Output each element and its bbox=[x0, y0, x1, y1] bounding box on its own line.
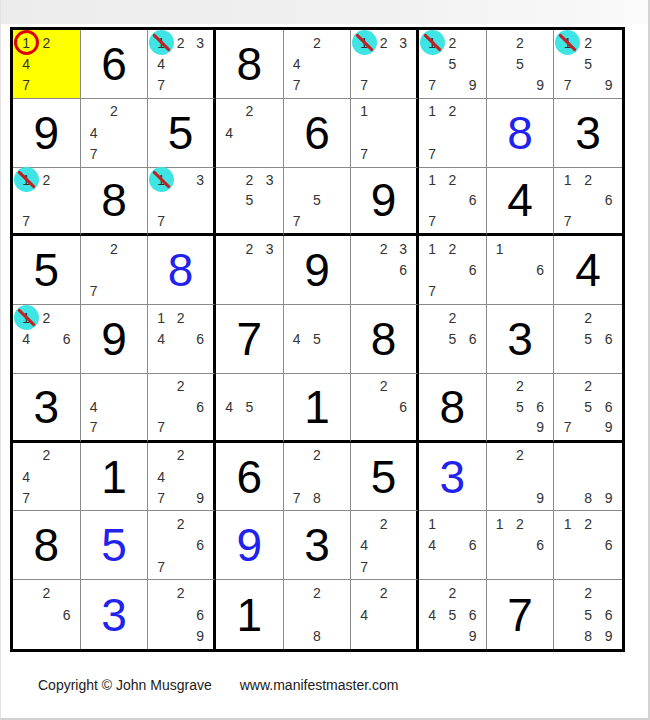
candidate-digit: 2 bbox=[36, 32, 56, 53]
given-digit: 5 bbox=[351, 443, 416, 511]
candidate-digit: 5 bbox=[578, 604, 599, 626]
cell-r1c8[interactable]: 259 bbox=[487, 30, 555, 99]
cell-r5c7[interactable]: 256 bbox=[419, 305, 487, 374]
candidate-digit: 5 bbox=[442, 53, 462, 74]
eliminated-candidate: 1 bbox=[354, 32, 374, 53]
given-digit: 5 bbox=[13, 236, 80, 304]
candidate-digit: 6 bbox=[462, 328, 482, 349]
given-digit: 3 bbox=[13, 374, 80, 440]
cell-r8c1[interactable]: 8 bbox=[13, 511, 81, 580]
cell-r6c9[interactable]: 25679 bbox=[554, 374, 622, 443]
candidate-digit: 2 bbox=[104, 238, 124, 259]
candidate-digit: 7 bbox=[151, 487, 171, 508]
candidate-digit: 7 bbox=[16, 75, 36, 96]
candidate-digit: 5 bbox=[578, 396, 599, 417]
given-digit: 7 bbox=[216, 305, 283, 373]
candidate-digit: 2 bbox=[307, 32, 327, 53]
candidate-digit: 2 bbox=[578, 307, 599, 328]
candidate-digit: 6 bbox=[598, 190, 619, 211]
cell-r6c3[interactable]: 267 bbox=[148, 374, 216, 443]
candidate-digit: 4 bbox=[16, 466, 36, 487]
candidate-digit: 2 bbox=[374, 513, 394, 534]
candidate-digit: 5 bbox=[442, 604, 462, 626]
cell-r8c5[interactable]: 3 bbox=[284, 511, 352, 580]
cell-r8c2[interactable]: 5 bbox=[81, 511, 149, 580]
cell-r6c4[interactable]: 45 bbox=[216, 374, 284, 443]
cell-r2c5[interactable]: 6 bbox=[284, 99, 352, 168]
candidate-digit: 2 bbox=[578, 376, 599, 397]
candidate-digit: 4 bbox=[151, 328, 171, 349]
cell-r8c7[interactable]: 146 bbox=[419, 511, 487, 580]
entered-digit: 8 bbox=[487, 99, 554, 167]
cell-r4c6[interactable]: 236 bbox=[351, 236, 419, 305]
candidate-digit: 5 bbox=[510, 53, 530, 74]
eliminated-candidate: 1 bbox=[151, 32, 171, 53]
cell-r2c8[interactable]: 8 bbox=[487, 99, 555, 168]
candidate-digit: 6 bbox=[530, 396, 550, 417]
candidate-digit: 6 bbox=[462, 190, 482, 211]
given-digit: 4 bbox=[487, 168, 554, 234]
cell-r3c4[interactable]: 235 bbox=[216, 168, 284, 237]
cell-r5c5[interactable]: 45 bbox=[284, 305, 352, 374]
cell-r5c1[interactable]: 1246 bbox=[13, 305, 81, 374]
candidate-digit: 2 bbox=[578, 32, 599, 53]
cell-r4c1[interactable]: 5 bbox=[13, 236, 81, 305]
cell-r1c6[interactable]: 1237 bbox=[351, 30, 419, 99]
given-digit: 4 bbox=[554, 236, 622, 304]
candidate-digit: 5 bbox=[578, 328, 599, 349]
candidate-digit: 1 bbox=[422, 101, 442, 122]
candidate-digit: 6 bbox=[56, 328, 76, 349]
cell-r9c9[interactable]: 25689 bbox=[554, 580, 622, 649]
candidate-digit: 9 bbox=[530, 487, 550, 508]
cell-r8c8[interactable]: 126 bbox=[487, 511, 555, 580]
given-digit: 8 bbox=[13, 511, 80, 579]
candidate-digit: 1 bbox=[422, 513, 442, 534]
cell-r9c6[interactable]: 24 bbox=[351, 580, 419, 649]
candidate-digit: 6 bbox=[598, 328, 619, 349]
cell-r1c7[interactable]: 12579 bbox=[419, 30, 487, 99]
candidate-digit: 6 bbox=[530, 535, 550, 556]
given-digit: 5 bbox=[148, 99, 213, 167]
candidate-digit: 7 bbox=[354, 143, 374, 164]
candidate-digit: 4 bbox=[151, 53, 171, 74]
footer: Copyright © John Musgravewww.manifestmas… bbox=[38, 677, 398, 693]
candidate-digit: 1 bbox=[422, 238, 442, 259]
cell-r2c3[interactable]: 5 bbox=[148, 99, 216, 168]
given-digit: 3 bbox=[554, 99, 622, 167]
cell-r1c4[interactable]: 8 bbox=[216, 30, 284, 99]
cell-r4c4[interactable]: 23 bbox=[216, 236, 284, 305]
given-digit: 6 bbox=[216, 443, 283, 511]
candidate-digit: 1 bbox=[490, 238, 510, 259]
candidate-digit: 2 bbox=[171, 445, 191, 466]
candidate-digit: 9 bbox=[462, 625, 482, 647]
candidate-digit: 2 bbox=[442, 307, 462, 328]
cell-r2c6[interactable]: 17 bbox=[351, 99, 419, 168]
cell-r1c3[interactable]: 12347 bbox=[148, 30, 216, 99]
cell-r7c5[interactable]: 278 bbox=[284, 443, 352, 512]
candidate-digit: 5 bbox=[510, 396, 530, 417]
cell-r3c1[interactable]: 127 bbox=[13, 168, 81, 237]
eliminated-candidate: 1 bbox=[557, 32, 578, 53]
candidate-digit: 2 bbox=[239, 238, 259, 259]
candidate-digit: 9 bbox=[598, 487, 619, 508]
cell-r7c1[interactable]: 247 bbox=[13, 443, 81, 512]
candidate-digit: 2 bbox=[36, 445, 56, 466]
candidate-digit: 2 bbox=[442, 32, 462, 53]
cell-r5c8[interactable]: 3 bbox=[487, 305, 555, 374]
candidate-digit: 9 bbox=[462, 75, 482, 96]
candidate-digit: 4 bbox=[219, 396, 239, 417]
cell-r9c4[interactable]: 1 bbox=[216, 580, 284, 649]
candidate-digit: 9 bbox=[530, 417, 550, 438]
cell-r5c9[interactable]: 256 bbox=[554, 305, 622, 374]
candidate-digit: 7 bbox=[151, 211, 171, 232]
cell-r5c2[interactable]: 9 bbox=[81, 305, 149, 374]
circled-candidate: 1 bbox=[16, 32, 36, 53]
cell-r4c3[interactable]: 8 bbox=[148, 236, 216, 305]
candidate-digit: 1 bbox=[557, 170, 578, 191]
candidate-digit: 2 bbox=[307, 582, 327, 604]
cell-r9c5[interactable]: 28 bbox=[284, 580, 352, 649]
cell-r2c2[interactable]: 247 bbox=[81, 99, 149, 168]
given-digit: 1 bbox=[284, 374, 351, 440]
candidate-digit: 7 bbox=[84, 417, 104, 438]
entered-digit: 5 bbox=[81, 511, 148, 579]
candidate-digit: 7 bbox=[557, 75, 578, 96]
candidate-digit: 7 bbox=[422, 143, 442, 164]
cell-r8c4[interactable]: 9 bbox=[216, 511, 284, 580]
candidate-digit: 7 bbox=[287, 75, 307, 96]
candidate-digit: 2 bbox=[510, 376, 530, 397]
candidate-digit: 1 bbox=[557, 513, 578, 534]
cell-r6c5[interactable]: 1 bbox=[284, 374, 352, 443]
given-digit: 6 bbox=[81, 30, 148, 98]
candidate-digit: 2 bbox=[442, 582, 462, 604]
cell-r3c2[interactable]: 8 bbox=[81, 168, 149, 237]
candidate-digit: 7 bbox=[287, 211, 307, 232]
given-digit: 1 bbox=[216, 580, 283, 649]
candidate-digit: 2 bbox=[36, 170, 56, 191]
cell-r6c6[interactable]: 26 bbox=[351, 374, 419, 443]
candidate-digit: 5 bbox=[307, 328, 327, 349]
candidate-digit: 6 bbox=[462, 535, 482, 556]
cell-r9c3[interactable]: 269 bbox=[148, 580, 216, 649]
candidate-digit: 4 bbox=[84, 396, 104, 417]
candidate-digit: 3 bbox=[190, 170, 210, 191]
given-digit: 9 bbox=[284, 236, 351, 304]
candidate-digit: 6 bbox=[462, 260, 482, 281]
cell-r5c3[interactable]: 1246 bbox=[148, 305, 216, 374]
cell-r9c7[interactable]: 24569 bbox=[419, 580, 487, 649]
candidate-digit: 6 bbox=[598, 535, 619, 556]
given-digit: 3 bbox=[284, 511, 351, 579]
candidate-digit: 2 bbox=[510, 32, 530, 53]
candidate-digit: 2 bbox=[578, 170, 599, 191]
candidate-digit: 9 bbox=[190, 487, 210, 508]
candidate-digit: 1 bbox=[422, 170, 442, 191]
candidate-digit: 2 bbox=[442, 101, 462, 122]
candidate-digit: 2 bbox=[374, 32, 394, 53]
candidate-digit: 2 bbox=[578, 513, 599, 534]
cell-r7c8[interactable]: 29 bbox=[487, 443, 555, 512]
candidate-digit: 2 bbox=[171, 376, 191, 397]
cell-r3c3[interactable]: 137 bbox=[148, 168, 216, 237]
candidate-digit: 1 bbox=[151, 307, 171, 328]
candidate-digit: 4 bbox=[354, 535, 374, 556]
given-digit: 6 bbox=[284, 99, 351, 167]
eliminated-candidate: 1 bbox=[16, 170, 36, 191]
candidate-digit: 6 bbox=[56, 604, 76, 626]
cell-r7c3[interactable]: 2479 bbox=[148, 443, 216, 512]
candidate-digit: 2 bbox=[578, 582, 599, 604]
candidate-digit: 2 bbox=[171, 582, 191, 604]
candidate-digit: 4 bbox=[151, 466, 171, 487]
cell-r8c3[interactable]: 267 bbox=[148, 511, 216, 580]
candidate-digit: 9 bbox=[598, 75, 619, 96]
entered-digit: 3 bbox=[81, 580, 148, 649]
cell-r6c2[interactable]: 47 bbox=[81, 374, 149, 443]
candidate-digit: 6 bbox=[190, 396, 210, 417]
candidate-digit: 2 bbox=[171, 513, 191, 534]
candidate-digit: 7 bbox=[151, 556, 171, 577]
candidate-digit: 2 bbox=[442, 170, 462, 191]
cell-r6c7[interactable]: 8 bbox=[419, 374, 487, 443]
candidate-digit: 5 bbox=[239, 396, 259, 417]
given-digit: 8 bbox=[81, 168, 148, 234]
sudoku-grid: 1247612347824712371257925912579924752461… bbox=[10, 27, 625, 652]
given-digit: 7 bbox=[487, 580, 554, 649]
cell-r1c2[interactable]: 6 bbox=[81, 30, 149, 99]
candidate-digit: 7 bbox=[354, 75, 374, 96]
candidate-digit: 3 bbox=[259, 170, 279, 191]
candidate-digit: 7 bbox=[84, 281, 104, 302]
entered-digit: 3 bbox=[419, 443, 486, 511]
cell-r7c9[interactable]: 89 bbox=[554, 443, 622, 512]
candidate-digit: 5 bbox=[578, 53, 599, 74]
cell-r7c4[interactable]: 6 bbox=[216, 443, 284, 512]
candidate-digit: 7 bbox=[422, 281, 442, 302]
cell-r1c9[interactable]: 12579 bbox=[554, 30, 622, 99]
candidate-digit: 7 bbox=[557, 211, 578, 232]
candidate-digit: 7 bbox=[16, 211, 36, 232]
cell-r3c8[interactable]: 4 bbox=[487, 168, 555, 237]
candidate-digit: 4 bbox=[422, 535, 442, 556]
candidate-digit: 9 bbox=[530, 75, 550, 96]
candidate-digit: 2 bbox=[510, 513, 530, 534]
cell-r7c6[interactable]: 5 bbox=[351, 443, 419, 512]
given-digit: 1 bbox=[81, 443, 148, 511]
copyright-text: Copyright © John Musgrave bbox=[38, 677, 212, 693]
candidate-digit: 8 bbox=[307, 487, 327, 508]
cell-r8c9[interactable]: 126 bbox=[554, 511, 622, 580]
cell-r3c9[interactable]: 1267 bbox=[554, 168, 622, 237]
cell-r3c5[interactable]: 57 bbox=[284, 168, 352, 237]
candidate-digit: 6 bbox=[598, 396, 619, 417]
cell-r8c6[interactable]: 247 bbox=[351, 511, 419, 580]
given-digit: 9 bbox=[351, 168, 416, 234]
candidate-digit: 4 bbox=[287, 328, 307, 349]
candidate-digit: 6 bbox=[393, 260, 413, 281]
candidate-digit: 8 bbox=[307, 625, 327, 647]
cell-r4c8[interactable]: 16 bbox=[487, 236, 555, 305]
cell-r4c9[interactable]: 4 bbox=[554, 236, 622, 305]
candidate-digit: 7 bbox=[151, 75, 171, 96]
candidate-digit: 1 bbox=[354, 101, 374, 122]
candidate-digit: 7 bbox=[16, 487, 36, 508]
candidate-digit: 4 bbox=[422, 604, 442, 626]
candidate-digit: 2 bbox=[374, 376, 394, 397]
candidate-digit: 3 bbox=[190, 32, 210, 53]
candidate-digit: 7 bbox=[84, 143, 104, 164]
given-digit: 8 bbox=[216, 30, 283, 98]
eliminated-candidate: 1 bbox=[422, 32, 442, 53]
cell-r9c8[interactable]: 7 bbox=[487, 580, 555, 649]
candidate-digit: 4 bbox=[84, 122, 104, 143]
cell-r3c6[interactable]: 9 bbox=[351, 168, 419, 237]
given-digit: 3 bbox=[487, 305, 554, 373]
candidate-digit: 6 bbox=[190, 328, 210, 349]
candidate-digit: 6 bbox=[462, 604, 482, 626]
candidate-digit: 3 bbox=[393, 238, 413, 259]
cell-r9c2[interactable]: 3 bbox=[81, 580, 149, 649]
candidate-digit: 6 bbox=[190, 535, 210, 556]
candidate-digit: 2 bbox=[510, 445, 530, 466]
cell-r3c7[interactable]: 1267 bbox=[419, 168, 487, 237]
candidate-digit: 6 bbox=[598, 604, 619, 626]
given-digit: 9 bbox=[81, 305, 148, 373]
candidate-digit: 7 bbox=[557, 417, 578, 438]
eliminated-candidate: 1 bbox=[151, 170, 171, 191]
candidate-digit: 6 bbox=[190, 604, 210, 626]
candidate-digit: 2 bbox=[36, 307, 56, 328]
cell-r4c2[interactable]: 27 bbox=[81, 236, 149, 305]
cell-r9c1[interactable]: 26 bbox=[13, 580, 81, 649]
candidate-digit: 2 bbox=[307, 445, 327, 466]
candidate-digit: 8 bbox=[578, 625, 599, 647]
candidate-digit: 4 bbox=[16, 53, 36, 74]
candidate-digit: 4 bbox=[354, 604, 374, 626]
candidate-digit: 2 bbox=[374, 582, 394, 604]
candidate-digit: 7 bbox=[354, 556, 374, 577]
candidate-digit: 7 bbox=[151, 417, 171, 438]
candidate-digit: 2 bbox=[239, 170, 259, 191]
candidate-digit: 5 bbox=[442, 328, 462, 349]
candidate-digit: 2 bbox=[374, 238, 394, 259]
candidate-digit: 9 bbox=[598, 625, 619, 647]
entered-digit: 9 bbox=[216, 511, 283, 579]
candidate-digit: 3 bbox=[259, 238, 279, 259]
candidate-digit: 2 bbox=[104, 101, 124, 122]
candidate-digit: 5 bbox=[307, 190, 327, 211]
candidate-digit: 4 bbox=[219, 122, 239, 143]
cell-r6c1[interactable]: 3 bbox=[13, 374, 81, 443]
candidate-digit: 9 bbox=[598, 417, 619, 438]
cell-r7c7[interactable]: 3 bbox=[419, 443, 487, 512]
candidate-digit: 4 bbox=[16, 328, 36, 349]
cell-r6c8[interactable]: 2569 bbox=[487, 374, 555, 443]
cell-r5c4[interactable]: 7 bbox=[216, 305, 284, 374]
candidate-digit: 5 bbox=[239, 190, 259, 211]
page-top-band bbox=[0, 0, 650, 24]
candidate-digit: 3 bbox=[393, 32, 413, 53]
cell-r4c5[interactable]: 9 bbox=[284, 236, 352, 305]
eliminated-candidate: 1 bbox=[16, 307, 36, 328]
candidate-digit: 9 bbox=[190, 625, 210, 647]
candidate-digit: 2 bbox=[36, 582, 56, 604]
candidate-digit: 4 bbox=[287, 53, 307, 74]
cell-r2c7[interactable]: 127 bbox=[419, 99, 487, 168]
cell-r4c7[interactable]: 1267 bbox=[419, 236, 487, 305]
cell-r1c1[interactable]: 1247 bbox=[13, 30, 81, 99]
candidate-digit: 6 bbox=[393, 396, 413, 417]
website-text: www.manifestmaster.com bbox=[240, 677, 399, 693]
cell-r2c9[interactable]: 3 bbox=[554, 99, 622, 168]
candidate-digit: 8 bbox=[578, 487, 599, 508]
candidate-digit: 2 bbox=[171, 307, 191, 328]
cell-r2c4[interactable]: 24 bbox=[216, 99, 284, 168]
candidate-digit: 1 bbox=[490, 513, 510, 534]
candidate-digit: 2 bbox=[442, 238, 462, 259]
given-digit: 9 bbox=[13, 99, 80, 167]
candidate-digit: 2 bbox=[239, 101, 259, 122]
cell-r7c2[interactable]: 1 bbox=[81, 443, 149, 512]
candidate-digit: 6 bbox=[530, 260, 550, 281]
cell-r5c6[interactable]: 8 bbox=[351, 305, 419, 374]
given-digit: 8 bbox=[351, 305, 416, 373]
given-digit: 8 bbox=[419, 374, 486, 440]
candidate-digit: 7 bbox=[287, 487, 307, 508]
candidate-digit: 2 bbox=[171, 32, 191, 53]
entered-digit: 8 bbox=[148, 236, 213, 304]
cell-r2c1[interactable]: 9 bbox=[13, 99, 81, 168]
cell-r1c5[interactable]: 247 bbox=[284, 30, 352, 99]
candidate-digit: 7 bbox=[422, 211, 442, 232]
candidate-digit: 7 bbox=[422, 75, 442, 96]
